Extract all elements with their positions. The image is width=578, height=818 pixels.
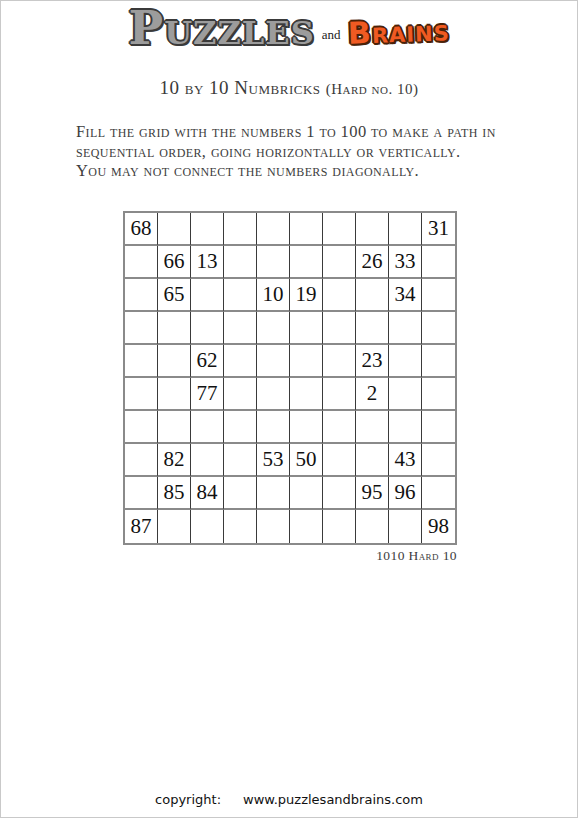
grid-cell-empty[interactable]	[257, 213, 290, 246]
grid-cell-empty[interactable]	[356, 411, 389, 444]
grid-cell-empty[interactable]	[290, 312, 323, 345]
grid-cell-given: 53	[257, 444, 290, 477]
puzzle-title: 10 by 10 Numbricks (Hard no. 10)	[1, 77, 577, 99]
grid-cell-empty[interactable]	[191, 312, 224, 345]
grid-cell-empty[interactable]	[389, 510, 422, 543]
grid-cell-given: 87	[125, 510, 158, 543]
grid-cell-empty[interactable]	[224, 213, 257, 246]
grid-cell-empty[interactable]	[224, 345, 257, 378]
grid-cell-given: 19	[290, 279, 323, 312]
grid-cell-given: 96	[389, 477, 422, 510]
grid-cell-empty[interactable]	[290, 477, 323, 510]
grid-cell-empty[interactable]	[290, 411, 323, 444]
grid-cell-empty[interactable]	[125, 444, 158, 477]
grid-cell-empty[interactable]	[422, 345, 455, 378]
grid-cell-empty[interactable]	[389, 345, 422, 378]
grid-cell-empty[interactable]	[290, 213, 323, 246]
grid-cell-empty[interactable]	[323, 444, 356, 477]
grid-cell-empty[interactable]	[158, 378, 191, 411]
grid-cell-given: 34	[389, 279, 422, 312]
grid-cell-empty[interactable]	[356, 279, 389, 312]
grid-cell-given: 50	[290, 444, 323, 477]
grid-cell-empty[interactable]	[323, 378, 356, 411]
grid-cell-empty[interactable]	[257, 378, 290, 411]
grid-cell-empty[interactable]	[356, 213, 389, 246]
grid-cell-empty[interactable]	[158, 345, 191, 378]
instructions-line-2: sequential order, going horizontally or …	[76, 142, 537, 162]
grid-cell-empty[interactable]	[158, 510, 191, 543]
grid-cell-empty[interactable]	[389, 312, 422, 345]
grid-cell-empty[interactable]	[257, 477, 290, 510]
grid-cell-empty[interactable]	[125, 477, 158, 510]
grid-cell-given: 2	[356, 378, 389, 411]
grid-cell-empty[interactable]	[356, 444, 389, 477]
grid-cell-empty[interactable]	[389, 411, 422, 444]
puzzle-page: Puzzles and Brains 10 by 10 Numbricks (H…	[0, 0, 578, 818]
grid-cell-empty[interactable]	[422, 246, 455, 279]
grid-cell-empty[interactable]	[323, 279, 356, 312]
grid-cell-given: 62	[191, 345, 224, 378]
instructions: Fill the grid with the numbers 1 to 100 …	[76, 122, 537, 181]
grid-cell-empty[interactable]	[224, 510, 257, 543]
grid-cell-empty[interactable]	[257, 510, 290, 543]
site-logo: Puzzles and Brains	[1, 5, 577, 51]
grid-cell-empty[interactable]	[422, 279, 455, 312]
grid-cell-empty[interactable]	[224, 444, 257, 477]
grid-cell-given: 26	[356, 246, 389, 279]
numbricks-grid: 6831661326336510193462237728253504385849…	[123, 211, 457, 545]
grid-cell-given: 77	[191, 378, 224, 411]
grid-cell-empty[interactable]	[323, 246, 356, 279]
grid-cell-empty[interactable]	[125, 312, 158, 345]
grid-cell-given: 85	[158, 477, 191, 510]
grid-cell-empty[interactable]	[224, 279, 257, 312]
grid-cell-empty[interactable]	[224, 312, 257, 345]
grid-cell-given: 66	[158, 246, 191, 279]
grid-cell-empty[interactable]	[158, 312, 191, 345]
grid-cell-empty[interactable]	[422, 411, 455, 444]
grid-cell-empty[interactable]	[191, 279, 224, 312]
grid-cell-empty[interactable]	[257, 246, 290, 279]
grid-cell-empty[interactable]	[356, 510, 389, 543]
grid-cell-given: 13	[191, 246, 224, 279]
grid-cell-empty[interactable]	[125, 345, 158, 378]
puzzle-title-main: 10 by 10 Numbricks	[160, 77, 326, 98]
grid-cell-empty[interactable]	[422, 444, 455, 477]
grid-cell-empty[interactable]	[158, 213, 191, 246]
website-link[interactable]: www.puzzlesandbrains.com	[243, 792, 423, 807]
grid-cell-given: 68	[125, 213, 158, 246]
grid-cell-empty[interactable]	[191, 411, 224, 444]
grid-cell-empty[interactable]	[290, 246, 323, 279]
grid-cell-empty[interactable]	[422, 312, 455, 345]
grid-cell-empty[interactable]	[389, 213, 422, 246]
grid-cell-empty[interactable]	[191, 213, 224, 246]
grid-cell-given: 98	[422, 510, 455, 543]
instructions-line-3: You may not connect the numbers diagonal…	[76, 161, 537, 181]
grid-cell-empty[interactable]	[323, 411, 356, 444]
grid-cell-empty[interactable]	[323, 312, 356, 345]
logo-and-text: and	[322, 27, 341, 51]
grid-cell-given: 95	[356, 477, 389, 510]
grid-cell-empty[interactable]	[290, 345, 323, 378]
grid-cell-given: 23	[356, 345, 389, 378]
grid-cell-empty[interactable]	[323, 477, 356, 510]
grid-cell-empty[interactable]	[356, 312, 389, 345]
logo-puzzles-text: Puzzles	[129, 5, 315, 51]
grid-cell-empty[interactable]	[125, 279, 158, 312]
grid-cell-empty[interactable]	[257, 312, 290, 345]
grid-cell-empty[interactable]	[323, 345, 356, 378]
grid-cell-empty[interactable]	[125, 411, 158, 444]
grid-cell-empty[interactable]	[224, 378, 257, 411]
grid-cell-empty[interactable]	[125, 246, 158, 279]
grid-cell-empty[interactable]	[125, 378, 158, 411]
grid-cell-empty[interactable]	[323, 510, 356, 543]
grid-cell-empty[interactable]	[257, 411, 290, 444]
grid-cell-empty[interactable]	[224, 411, 257, 444]
instructions-line-1: Fill the grid with the numbers 1 to 100 …	[76, 122, 537, 142]
grid-cell-given: 33	[389, 246, 422, 279]
puzzle-title-sub: (Hard no. 10)	[326, 81, 419, 97]
grid-cell-empty[interactable]	[224, 477, 257, 510]
grid-cell-empty[interactable]	[290, 378, 323, 411]
grid-cell-empty[interactable]	[158, 411, 191, 444]
grid-cell-given: 84	[191, 477, 224, 510]
grid-cell-empty[interactable]	[191, 444, 224, 477]
grid-cell-empty[interactable]	[257, 345, 290, 378]
grid-cell-empty[interactable]	[389, 378, 422, 411]
footer: copyright:www.puzzlesandbrains.com	[1, 792, 577, 807]
puzzle-id-caption: 1010 Hard 10	[123, 548, 457, 564]
grid-cell-given: 65	[158, 279, 191, 312]
logo-brains-text: Brains	[347, 15, 450, 53]
grid-cell-given: 10	[257, 279, 290, 312]
copyright-label: copyright:	[155, 792, 221, 807]
grid-cell-empty[interactable]	[290, 510, 323, 543]
grid-cell-empty[interactable]	[422, 477, 455, 510]
grid-cell-given: 31	[422, 213, 455, 246]
grid-cell-empty[interactable]	[422, 378, 455, 411]
grid-cell-given: 82	[158, 444, 191, 477]
grid-cell-empty[interactable]	[224, 246, 257, 279]
grid-cell-given: 43	[389, 444, 422, 477]
grid-cell-empty[interactable]	[191, 510, 224, 543]
grid-cell-empty[interactable]	[323, 213, 356, 246]
